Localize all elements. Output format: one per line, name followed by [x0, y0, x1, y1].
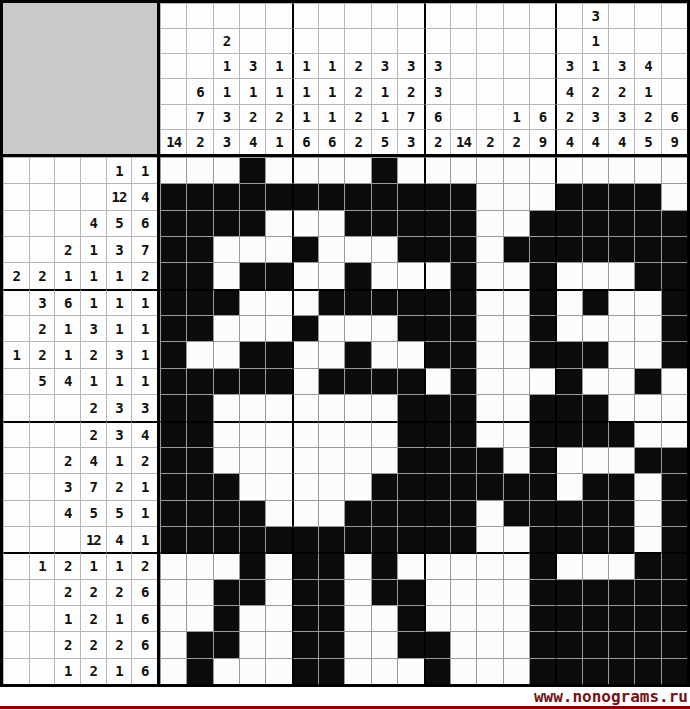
- site-url[interactable]: www.nonograms.ru: [534, 688, 688, 706]
- board-cell[interactable]: [186, 631, 212, 657]
- board-cell[interactable]: [213, 421, 239, 447]
- board-cell[interactable]: [213, 341, 239, 367]
- board-cell[interactable]: [476, 262, 502, 288]
- board-cell[interactable]: [476, 183, 502, 209]
- board-cell[interactable]: [186, 341, 212, 367]
- board-cell[interactable]: [503, 526, 529, 552]
- board-cell[interactable]: [239, 368, 265, 394]
- board-cell[interactable]: [292, 368, 318, 394]
- board-cell[interactable]: [213, 210, 239, 236]
- board-cell[interactable]: [503, 421, 529, 447]
- board-cell[interactable]: [661, 500, 687, 526]
- board-cell[interactable]: [476, 394, 502, 420]
- board-cell[interactable]: [318, 236, 344, 262]
- board-cell[interactable]: [186, 421, 212, 447]
- board-cell[interactable]: [292, 210, 318, 236]
- board-cell[interactable]: [318, 157, 344, 183]
- board-cell[interactable]: [424, 236, 450, 262]
- board-cell[interactable]: [344, 289, 370, 315]
- board-cell[interactable]: [450, 341, 476, 367]
- board-cell[interactable]: [397, 421, 423, 447]
- board-cell[interactable]: [160, 368, 186, 394]
- board-cell[interactable]: [608, 473, 634, 499]
- board-cell[interactable]: [213, 183, 239, 209]
- board-cell[interactable]: [608, 262, 634, 288]
- board-cell[interactable]: [318, 526, 344, 552]
- board-cell[interactable]: [344, 631, 370, 657]
- board-cell[interactable]: [424, 183, 450, 209]
- board-cell[interactable]: [555, 605, 581, 631]
- board-cell[interactable]: [661, 447, 687, 473]
- board-cell[interactable]: [292, 394, 318, 420]
- board-cell[interactable]: [292, 289, 318, 315]
- board-cell[interactable]: [503, 605, 529, 631]
- board-cell[interactable]: [450, 157, 476, 183]
- board-cell[interactable]: [213, 447, 239, 473]
- board-cell[interactable]: [239, 157, 265, 183]
- board-cell[interactable]: [555, 289, 581, 315]
- board-cell[interactable]: [582, 552, 608, 578]
- board-cell[interactable]: [661, 210, 687, 236]
- board-cell[interactable]: [503, 289, 529, 315]
- board-cell[interactable]: [582, 315, 608, 341]
- board-cell[interactable]: [424, 447, 450, 473]
- board-cell[interactable]: [344, 473, 370, 499]
- board-cell[interactable]: [160, 500, 186, 526]
- board-cell[interactable]: [213, 631, 239, 657]
- board-cell[interactable]: [555, 236, 581, 262]
- board-cell[interactable]: [424, 262, 450, 288]
- board-cell[interactable]: [186, 210, 212, 236]
- board-cell[interactable]: [476, 605, 502, 631]
- board-cell[interactable]: [476, 368, 502, 394]
- board-cell[interactable]: [634, 236, 660, 262]
- board-cell[interactable]: [239, 447, 265, 473]
- board-cell[interactable]: [397, 631, 423, 657]
- board-cell[interactable]: [503, 157, 529, 183]
- board-cell[interactable]: [476, 473, 502, 499]
- board-cell[interactable]: [186, 526, 212, 552]
- board-cell[interactable]: [160, 236, 186, 262]
- board-cell[interactable]: [476, 658, 502, 684]
- board-cell[interactable]: [608, 289, 634, 315]
- board-cell[interactable]: [450, 605, 476, 631]
- board-cell[interactable]: [186, 315, 212, 341]
- board-cell[interactable]: [186, 262, 212, 288]
- board-cell[interactable]: [318, 500, 344, 526]
- board-cell[interactable]: [608, 526, 634, 552]
- board-cell[interactable]: [318, 605, 344, 631]
- board-cell[interactable]: [371, 421, 397, 447]
- board-cell[interactable]: [318, 552, 344, 578]
- board-cell[interactable]: [213, 552, 239, 578]
- board-cell[interactable]: [292, 421, 318, 447]
- board-cell[interactable]: [661, 394, 687, 420]
- board-cell[interactable]: [397, 210, 423, 236]
- board-cell[interactable]: [608, 394, 634, 420]
- board-cell[interactable]: [160, 658, 186, 684]
- board-cell[interactable]: [555, 526, 581, 552]
- board-cell[interactable]: [634, 447, 660, 473]
- board-cell[interactable]: [503, 631, 529, 657]
- board-cell[interactable]: [371, 579, 397, 605]
- board-cell[interactable]: [265, 447, 291, 473]
- board-cell[interactable]: [634, 421, 660, 447]
- board-cell[interactable]: [344, 394, 370, 420]
- board-cell[interactable]: [186, 394, 212, 420]
- board-cell[interactable]: [476, 341, 502, 367]
- board-cell[interactable]: [661, 421, 687, 447]
- board-cell[interactable]: [529, 183, 555, 209]
- board-cell[interactable]: [186, 236, 212, 262]
- board-cell[interactable]: [476, 157, 502, 183]
- board-cell[interactable]: [318, 315, 344, 341]
- board-cell[interactable]: [239, 210, 265, 236]
- board-cell[interactable]: [555, 315, 581, 341]
- board-cell[interactable]: [503, 500, 529, 526]
- board-cell[interactable]: [582, 579, 608, 605]
- board-cell[interactable]: [160, 315, 186, 341]
- board-cell[interactable]: [344, 236, 370, 262]
- board-cell[interactable]: [186, 658, 212, 684]
- board-cell[interactable]: [424, 500, 450, 526]
- board-cell[interactable]: [608, 500, 634, 526]
- board-cell[interactable]: [476, 315, 502, 341]
- board-cell[interactable]: [318, 289, 344, 315]
- board-cell[interactable]: [450, 183, 476, 209]
- board-cell[interactable]: [186, 552, 212, 578]
- board-cell[interactable]: [397, 368, 423, 394]
- board-cell[interactable]: [292, 658, 318, 684]
- board-cell[interactable]: [476, 500, 502, 526]
- board-cell[interactable]: [186, 605, 212, 631]
- board-cell[interactable]: [555, 394, 581, 420]
- board-cell[interactable]: [318, 183, 344, 209]
- board-cell[interactable]: [344, 552, 370, 578]
- board-cell[interactable]: [265, 315, 291, 341]
- board-cell[interactable]: [555, 500, 581, 526]
- board-cell[interactable]: [318, 394, 344, 420]
- board-cell[interactable]: [450, 262, 476, 288]
- board-cell[interactable]: [661, 579, 687, 605]
- board-cell[interactable]: [239, 500, 265, 526]
- board-cell[interactable]: [186, 289, 212, 315]
- board-cell[interactable]: [344, 368, 370, 394]
- board-cell[interactable]: [476, 421, 502, 447]
- board-cell[interactable]: [265, 658, 291, 684]
- board-cell[interactable]: [160, 579, 186, 605]
- board-cell[interactable]: [608, 210, 634, 236]
- board-cell[interactable]: [503, 210, 529, 236]
- board-cell[interactable]: [186, 447, 212, 473]
- board-cell[interactable]: [344, 157, 370, 183]
- board-cell[interactable]: [265, 421, 291, 447]
- board-cell[interactable]: [239, 579, 265, 605]
- board-cell[interactable]: [450, 631, 476, 657]
- board-cell[interactable]: [292, 605, 318, 631]
- board-cell[interactable]: [424, 631, 450, 657]
- board-cell[interactable]: [424, 157, 450, 183]
- board-cell[interactable]: [661, 289, 687, 315]
- board-cell[interactable]: [371, 262, 397, 288]
- board-cell[interactable]: [529, 447, 555, 473]
- board-cell[interactable]: [213, 473, 239, 499]
- board-cell[interactable]: [160, 183, 186, 209]
- board-cell[interactable]: [292, 473, 318, 499]
- board-cell[interactable]: [661, 262, 687, 288]
- board-cell[interactable]: [239, 421, 265, 447]
- board-cell[interactable]: [450, 500, 476, 526]
- board-cell[interactable]: [371, 394, 397, 420]
- board-cell[interactable]: [424, 421, 450, 447]
- board-cell[interactable]: [397, 262, 423, 288]
- board-cell[interactable]: [450, 315, 476, 341]
- board-cell[interactable]: [213, 315, 239, 341]
- board-cell[interactable]: [318, 579, 344, 605]
- board-cell[interactable]: [344, 421, 370, 447]
- board-cell[interactable]: [582, 473, 608, 499]
- board-cell[interactable]: [529, 315, 555, 341]
- board-cell[interactable]: [634, 579, 660, 605]
- board-cell[interactable]: [344, 183, 370, 209]
- board-cell[interactable]: [160, 341, 186, 367]
- board-cell[interactable]: [186, 473, 212, 499]
- board-cell[interactable]: [239, 473, 265, 499]
- board-cell[interactable]: [371, 605, 397, 631]
- board-cell[interactable]: [476, 210, 502, 236]
- board-cell[interactable]: [634, 210, 660, 236]
- board-cell[interactable]: [371, 552, 397, 578]
- board-cell[interactable]: [503, 368, 529, 394]
- board-cell[interactable]: [371, 447, 397, 473]
- board-cell[interactable]: [634, 473, 660, 499]
- board-cell[interactable]: [371, 631, 397, 657]
- board-cell[interactable]: [186, 157, 212, 183]
- board-cell[interactable]: [344, 500, 370, 526]
- board-cell[interactable]: [529, 236, 555, 262]
- board-cell[interactable]: [292, 631, 318, 657]
- board-cell[interactable]: [265, 341, 291, 367]
- board-cell[interactable]: [582, 341, 608, 367]
- board-cell[interactable]: [608, 341, 634, 367]
- board-cell[interactable]: [529, 500, 555, 526]
- board-cell[interactable]: [160, 526, 186, 552]
- board-cell[interactable]: [555, 341, 581, 367]
- board-cell[interactable]: [239, 236, 265, 262]
- board-cell[interactable]: [160, 421, 186, 447]
- board-cell[interactable]: [318, 631, 344, 657]
- board-cell[interactable]: [503, 658, 529, 684]
- board-cell[interactable]: [450, 394, 476, 420]
- board-cell[interactable]: [239, 183, 265, 209]
- board-cell[interactable]: [476, 447, 502, 473]
- board-cell[interactable]: [239, 605, 265, 631]
- board-cell[interactable]: [213, 658, 239, 684]
- board-cell[interactable]: [661, 526, 687, 552]
- board-cell[interactable]: [371, 368, 397, 394]
- board-cell[interactable]: [529, 341, 555, 367]
- board-cell[interactable]: [265, 605, 291, 631]
- board-cell[interactable]: [529, 552, 555, 578]
- board-cell[interactable]: [424, 658, 450, 684]
- board-cell[interactable]: [608, 658, 634, 684]
- board-cell[interactable]: [450, 579, 476, 605]
- board-cell[interactable]: [450, 658, 476, 684]
- board-cell[interactable]: [371, 236, 397, 262]
- board-cell[interactable]: [582, 658, 608, 684]
- board-cell[interactable]: [529, 421, 555, 447]
- board-cell[interactable]: [634, 552, 660, 578]
- board-cell[interactable]: [450, 421, 476, 447]
- board-cell[interactable]: [529, 157, 555, 183]
- board-cell[interactable]: [424, 552, 450, 578]
- board-cell[interactable]: [634, 289, 660, 315]
- board-cell[interactable]: [292, 341, 318, 367]
- board-cell[interactable]: [239, 526, 265, 552]
- board-cell[interactable]: [582, 289, 608, 315]
- board-cell[interactable]: [371, 183, 397, 209]
- board-cell[interactable]: [529, 394, 555, 420]
- board-cell[interactable]: [608, 183, 634, 209]
- board-cell[interactable]: [555, 183, 581, 209]
- board-cell[interactable]: [344, 605, 370, 631]
- board-cell[interactable]: [292, 500, 318, 526]
- board-cell[interactable]: [661, 315, 687, 341]
- board-cell[interactable]: [371, 473, 397, 499]
- board-cell[interactable]: [424, 473, 450, 499]
- board-cell[interactable]: [371, 210, 397, 236]
- board-cell[interactable]: [265, 473, 291, 499]
- board-cell[interactable]: [503, 236, 529, 262]
- board-cell[interactable]: [503, 262, 529, 288]
- board-cell[interactable]: [265, 183, 291, 209]
- board-cell[interactable]: [265, 368, 291, 394]
- board-cell[interactable]: [608, 552, 634, 578]
- board-cell[interactable]: [503, 447, 529, 473]
- board-cell[interactable]: [213, 157, 239, 183]
- board-cell[interactable]: [292, 526, 318, 552]
- board-cell[interactable]: [371, 289, 397, 315]
- board-cell[interactable]: [503, 315, 529, 341]
- board-cell[interactable]: [292, 183, 318, 209]
- board-cell[interactable]: [582, 262, 608, 288]
- board-cell[interactable]: [318, 368, 344, 394]
- board-cell[interactable]: [397, 605, 423, 631]
- board-cell[interactable]: [292, 157, 318, 183]
- board-cell[interactable]: [371, 526, 397, 552]
- board-cell[interactable]: [661, 368, 687, 394]
- board-cell[interactable]: [371, 658, 397, 684]
- board-cell[interactable]: [634, 315, 660, 341]
- board-cell[interactable]: [318, 210, 344, 236]
- board-cell[interactable]: [397, 394, 423, 420]
- board-cell[interactable]: [265, 289, 291, 315]
- board-cell[interactable]: [503, 552, 529, 578]
- board-cell[interactable]: [344, 341, 370, 367]
- board-cell[interactable]: [450, 552, 476, 578]
- board-cell[interactable]: [239, 315, 265, 341]
- board-cell[interactable]: [397, 183, 423, 209]
- board-cell[interactable]: [397, 289, 423, 315]
- board-cell[interactable]: [582, 236, 608, 262]
- board-cell[interactable]: [239, 658, 265, 684]
- board-cell[interactable]: [529, 579, 555, 605]
- board-cell[interactable]: [160, 605, 186, 631]
- board-cell[interactable]: [265, 210, 291, 236]
- board-cell[interactable]: [318, 421, 344, 447]
- board-cell[interactable]: [503, 473, 529, 499]
- board-cell[interactable]: [450, 289, 476, 315]
- board-cell[interactable]: [582, 526, 608, 552]
- board-cell[interactable]: [503, 183, 529, 209]
- board-cell[interactable]: [397, 526, 423, 552]
- board-cell[interactable]: [344, 526, 370, 552]
- board-cell[interactable]: [213, 368, 239, 394]
- board-cell[interactable]: [344, 447, 370, 473]
- board-cell[interactable]: [397, 315, 423, 341]
- board-cell[interactable]: [503, 394, 529, 420]
- board-cell[interactable]: [371, 500, 397, 526]
- board-cell[interactable]: [634, 526, 660, 552]
- board-cell[interactable]: [160, 631, 186, 657]
- board-cell[interactable]: [424, 341, 450, 367]
- board-cell[interactable]: [661, 183, 687, 209]
- board-cell[interactable]: [397, 473, 423, 499]
- board-cell[interactable]: [634, 631, 660, 657]
- board-cell[interactable]: [371, 157, 397, 183]
- board-cell[interactable]: [529, 368, 555, 394]
- board-cell[interactable]: [608, 236, 634, 262]
- board-cell[interactable]: [239, 262, 265, 288]
- board-cell[interactable]: [424, 289, 450, 315]
- board-cell[interactable]: [424, 210, 450, 236]
- board-cell[interactable]: [292, 447, 318, 473]
- board-cell[interactable]: [634, 341, 660, 367]
- board-cell[interactable]: [582, 500, 608, 526]
- board-cell[interactable]: [661, 236, 687, 262]
- board-cell[interactable]: [397, 658, 423, 684]
- board-cell[interactable]: [397, 447, 423, 473]
- board-cell[interactable]: [608, 579, 634, 605]
- board-cell[interactable]: [634, 262, 660, 288]
- board-cell[interactable]: [529, 473, 555, 499]
- board-cell[interactable]: [582, 210, 608, 236]
- board-cell[interactable]: [371, 341, 397, 367]
- board-cell[interactable]: [265, 157, 291, 183]
- board-cell[interactable]: [318, 262, 344, 288]
- board-cell[interactable]: [160, 394, 186, 420]
- board-cell[interactable]: [424, 526, 450, 552]
- board-cell[interactable]: [476, 236, 502, 262]
- board-cell[interactable]: [555, 552, 581, 578]
- board-cell[interactable]: [634, 368, 660, 394]
- board-cell[interactable]: [265, 552, 291, 578]
- board-cell[interactable]: [397, 236, 423, 262]
- board-cell[interactable]: [608, 315, 634, 341]
- board-cell[interactable]: [582, 605, 608, 631]
- board-cell[interactable]: [555, 447, 581, 473]
- nonogram-board[interactable]: [160, 157, 690, 687]
- board-cell[interactable]: [661, 605, 687, 631]
- board-cell[interactable]: [450, 526, 476, 552]
- board-cell[interactable]: [239, 394, 265, 420]
- board-cell[interactable]: [160, 157, 186, 183]
- board-cell[interactable]: [555, 368, 581, 394]
- board-cell[interactable]: [608, 157, 634, 183]
- board-cell[interactable]: [265, 236, 291, 262]
- board-cell[interactable]: [555, 631, 581, 657]
- board-cell[interactable]: [582, 447, 608, 473]
